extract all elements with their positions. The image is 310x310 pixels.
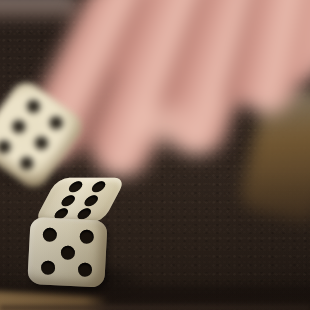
pip bbox=[66, 182, 84, 193]
die-top-face-six bbox=[33, 178, 126, 223]
settled-die bbox=[27, 176, 117, 288]
pip bbox=[59, 195, 77, 206]
pip bbox=[10, 118, 28, 136]
pip bbox=[25, 98, 43, 116]
pip bbox=[41, 260, 56, 275]
fingertip-highlight bbox=[120, 96, 204, 154]
pip bbox=[17, 154, 35, 172]
dice-roll-photo bbox=[0, 0, 310, 310]
die-front-face-five bbox=[27, 217, 107, 288]
pip bbox=[76, 208, 94, 219]
pip bbox=[79, 230, 94, 245]
pip bbox=[83, 195, 101, 206]
pip bbox=[60, 245, 75, 260]
pip bbox=[90, 182, 108, 193]
pip bbox=[78, 262, 93, 277]
pip bbox=[32, 134, 50, 152]
table-strip bbox=[0, 305, 310, 310]
pip bbox=[47, 114, 65, 132]
pip bbox=[42, 228, 57, 243]
pip bbox=[0, 138, 13, 156]
